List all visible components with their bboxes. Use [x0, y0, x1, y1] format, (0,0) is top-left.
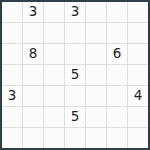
empty-cell-r7c2[interactable] — [23, 128, 43, 148]
empty-cell-r5c6[interactable] — [107, 86, 127, 106]
clue-cell-r1c4[interactable]: 3 — [65, 2, 85, 22]
empty-cell-r2c7[interactable] — [128, 23, 148, 43]
empty-cell-r4c7[interactable] — [128, 65, 148, 85]
empty-cell-r4c5[interactable] — [86, 65, 106, 85]
clue-number: 3 — [8, 89, 17, 103]
empty-cell-r5c2[interactable] — [23, 86, 43, 106]
empty-cell-r1c1[interactable] — [2, 2, 22, 22]
empty-cell-r1c5[interactable] — [86, 2, 106, 22]
empty-cell-r4c6[interactable] — [107, 65, 127, 85]
clue-cell-r3c6[interactable]: 6 — [107, 44, 127, 64]
empty-cell-r1c6[interactable] — [107, 2, 127, 22]
clue-number: 8 — [29, 47, 38, 61]
empty-cell-r1c3[interactable] — [44, 2, 64, 22]
clue-cell-r6c4[interactable]: 5 — [65, 107, 85, 127]
empty-cell-r4c1[interactable] — [2, 65, 22, 85]
empty-cell-r5c4[interactable] — [65, 86, 85, 106]
empty-cell-r7c1[interactable] — [2, 128, 22, 148]
puzzle-board-frame: 33865345 — [0, 0, 150, 150]
empty-cell-r7c5[interactable] — [86, 128, 106, 148]
clue-cell-r4c4[interactable]: 5 — [65, 65, 85, 85]
clue-cell-r3c2[interactable]: 8 — [23, 44, 43, 64]
clue-cell-r5c1[interactable]: 3 — [2, 86, 22, 106]
empty-cell-r2c6[interactable] — [107, 23, 127, 43]
empty-cell-r2c2[interactable] — [23, 23, 43, 43]
empty-cell-r6c5[interactable] — [86, 107, 106, 127]
clue-number: 3 — [29, 5, 38, 19]
clue-number: 4 — [134, 89, 143, 103]
empty-cell-r6c6[interactable] — [107, 107, 127, 127]
clue-number: 3 — [71, 5, 80, 19]
puzzle-board: 33865345 — [2, 2, 148, 148]
empty-cell-r2c1[interactable] — [2, 23, 22, 43]
empty-cell-r1c7[interactable] — [128, 2, 148, 22]
empty-cell-r2c4[interactable] — [65, 23, 85, 43]
clue-number: 5 — [71, 110, 80, 124]
empty-cell-r6c3[interactable] — [44, 107, 64, 127]
empty-cell-r7c4[interactable] — [65, 128, 85, 148]
empty-cell-r3c5[interactable] — [86, 44, 106, 64]
empty-cell-r2c5[interactable] — [86, 23, 106, 43]
clue-cell-r5c7[interactable]: 4 — [128, 86, 148, 106]
empty-cell-r3c3[interactable] — [44, 44, 64, 64]
empty-cell-r2c3[interactable] — [44, 23, 64, 43]
empty-cell-r6c2[interactable] — [23, 107, 43, 127]
empty-cell-r3c4[interactable] — [65, 44, 85, 64]
empty-cell-r7c6[interactable] — [107, 128, 127, 148]
clue-cell-r1c2[interactable]: 3 — [23, 2, 43, 22]
clue-number: 5 — [71, 68, 80, 82]
empty-cell-r7c3[interactable] — [44, 128, 64, 148]
clue-number: 6 — [113, 47, 122, 61]
empty-cell-r3c1[interactable] — [2, 44, 22, 64]
empty-cell-r4c2[interactable] — [23, 65, 43, 85]
empty-cell-r5c5[interactable] — [86, 86, 106, 106]
empty-cell-r7c7[interactable] — [128, 128, 148, 148]
empty-cell-r6c1[interactable] — [2, 107, 22, 127]
empty-cell-r3c7[interactable] — [128, 44, 148, 64]
empty-cell-r4c3[interactable] — [44, 65, 64, 85]
empty-cell-r5c3[interactable] — [44, 86, 64, 106]
empty-cell-r6c7[interactable] — [128, 107, 148, 127]
